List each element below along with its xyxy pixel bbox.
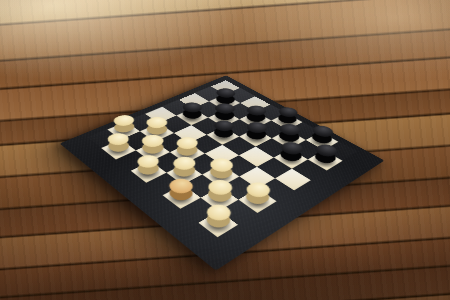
board-perspective-wrap xyxy=(0,0,450,300)
white-checker-piece xyxy=(165,186,197,206)
white-checker-piece xyxy=(202,212,235,234)
black-checker-piece xyxy=(242,130,270,145)
black-checker-piece xyxy=(310,152,339,169)
checkers-board-grid xyxy=(88,80,357,237)
checkers-mat xyxy=(60,75,385,270)
checkers-photo-scene xyxy=(0,0,450,300)
